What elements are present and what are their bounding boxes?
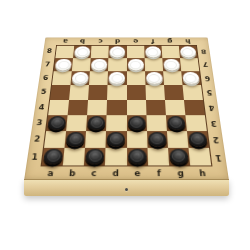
square-b4 (68, 100, 89, 115)
piece-black-e3 (128, 116, 146, 130)
board-perspective-wrap: abcdefgh 87654321 87654321 abcdefgh (24, 37, 229, 180)
file-labels-top: abcdefgh (56, 37, 197, 45)
file-label-top-e: e (127, 37, 145, 45)
square-e3 (127, 115, 147, 131)
piece-black-a3 (47, 116, 66, 130)
rank-label-right-3: 3 (206, 115, 222, 131)
piece-white-c7 (91, 59, 108, 71)
square-d5 (107, 85, 126, 99)
file-label-top-b: b (74, 37, 92, 45)
square-h3 (185, 115, 207, 131)
square-c5 (88, 85, 108, 99)
square-d3 (106, 115, 126, 131)
square-a2 (44, 131, 66, 148)
rank-label-right-6: 6 (200, 71, 214, 85)
file-label-top-f: f (144, 37, 162, 45)
square-e2 (127, 131, 148, 148)
clasp-dot (125, 188, 128, 191)
board-grid (41, 45, 213, 166)
square-f3 (146, 115, 167, 131)
square-d1 (105, 148, 126, 166)
piece-white-f6 (146, 72, 163, 84)
piece-white-d6 (109, 72, 126, 84)
piece-white-g7 (163, 59, 180, 71)
rank-label-right-2: 2 (208, 131, 224, 148)
piece-black-a1 (43, 149, 63, 165)
square-b1 (63, 148, 85, 166)
file-label-top-d: d (109, 37, 127, 45)
square-f1 (147, 148, 169, 166)
square-h6 (181, 71, 201, 85)
square-a7 (54, 58, 73, 71)
square-g2 (167, 131, 189, 148)
piece-white-e7 (127, 59, 143, 71)
square-b6 (71, 71, 91, 85)
square-a8 (55, 46, 74, 59)
square-d4 (107, 100, 127, 115)
piece-black-g3 (167, 116, 186, 130)
square-g6 (163, 71, 183, 85)
piece-black-b2 (66, 132, 85, 147)
square-g1 (168, 148, 190, 166)
square-b2 (65, 131, 87, 148)
rank-label-right-7: 7 (199, 58, 213, 71)
square-f7 (144, 58, 163, 71)
product-photo: abcdefgh 87654321 87654321 abcdefgh (0, 0, 250, 250)
piece-black-c1 (85, 149, 104, 165)
piece-white-b6 (72, 72, 89, 84)
square-f8 (144, 46, 162, 59)
square-h4 (184, 100, 205, 115)
square-d8 (109, 46, 127, 59)
piece-white-h6 (182, 72, 200, 84)
square-a1 (42, 148, 65, 166)
file-label-top-h: h (179, 37, 197, 45)
rank-label-right-8: 8 (197, 45, 211, 58)
file-label-top-g: g (161, 37, 179, 45)
piece-white-a7 (55, 59, 72, 71)
checkers-board: abcdefgh 87654321 87654321 abcdefgh (24, 37, 229, 180)
rank-label-right-1: 1 (210, 148, 227, 166)
piece-black-d2 (107, 132, 125, 147)
square-h8 (179, 46, 198, 59)
piece-black-h2 (188, 132, 208, 147)
square-h5 (182, 85, 202, 99)
square-d2 (106, 131, 127, 148)
square-g4 (165, 100, 186, 115)
square-g3 (166, 115, 187, 131)
square-c4 (87, 100, 107, 115)
piece-white-h8 (180, 46, 197, 57)
square-g8 (161, 46, 180, 59)
square-a3 (46, 115, 68, 131)
square-f4 (146, 100, 166, 115)
square-c6 (89, 71, 108, 85)
square-h7 (180, 58, 199, 71)
square-e8 (127, 46, 145, 59)
square-h2 (187, 131, 209, 148)
square-h1 (188, 148, 211, 166)
square-e4 (127, 100, 147, 115)
square-e1 (127, 148, 148, 166)
rank-label-right-4: 4 (204, 100, 219, 115)
file-label-top-a: a (56, 37, 74, 45)
box-front-edge (24, 179, 229, 196)
square-a4 (48, 100, 69, 115)
piece-black-c3 (87, 116, 105, 130)
square-e7 (127, 58, 145, 71)
square-c8 (91, 46, 109, 59)
piece-white-d8 (110, 46, 126, 57)
rank-label-right-5: 5 (202, 85, 217, 100)
file-label-top-c: c (91, 37, 109, 45)
square-c1 (84, 148, 106, 166)
piece-white-f8 (145, 46, 161, 57)
square-a5 (50, 85, 70, 99)
square-c7 (90, 58, 109, 71)
square-b7 (72, 58, 91, 71)
square-g5 (164, 85, 184, 99)
square-f2 (147, 131, 168, 148)
piece-black-e1 (128, 149, 147, 165)
square-e5 (127, 85, 146, 99)
piece-white-b8 (74, 46, 91, 57)
square-c2 (85, 131, 106, 148)
square-f5 (145, 85, 165, 99)
square-g7 (162, 58, 181, 71)
square-b5 (69, 85, 89, 99)
square-b8 (73, 46, 92, 59)
square-f6 (145, 71, 164, 85)
square-d7 (108, 58, 126, 71)
square-e6 (127, 71, 146, 85)
piece-black-f2 (148, 132, 167, 147)
square-c3 (86, 115, 107, 131)
square-b3 (66, 115, 87, 131)
square-a6 (52, 71, 72, 85)
piece-black-g1 (169, 149, 189, 165)
square-d6 (108, 71, 127, 85)
